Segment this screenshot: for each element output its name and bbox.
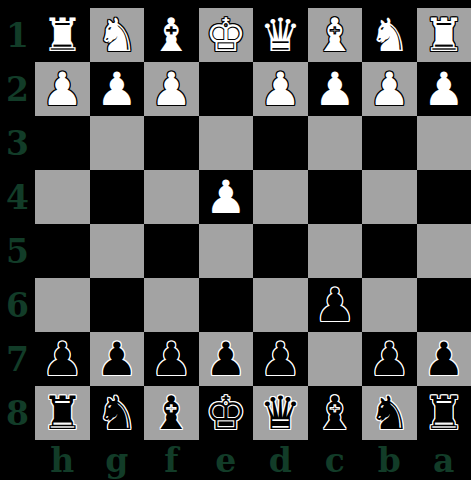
square-d3[interactable] <box>253 116 308 170</box>
black-pawn-piece: ♟ <box>96 332 137 386</box>
file-label-h: h <box>35 440 90 480</box>
white-bishop-piece: ♝ <box>151 8 192 62</box>
file-label-b: b <box>362 440 417 480</box>
square-e5[interactable] <box>199 224 254 278</box>
square-b1[interactable]: ♞ <box>362 8 417 62</box>
rank-label-7: 7 <box>0 332 35 386</box>
square-f2[interactable]: ♟ <box>144 62 199 116</box>
file-label-a: a <box>417 440 471 480</box>
black-knight-piece: ♞ <box>96 386 137 440</box>
black-pawn-piece: ♟ <box>423 332 464 386</box>
square-a3[interactable] <box>417 116 471 170</box>
black-pawn-piece: ♟ <box>260 332 301 386</box>
square-d7[interactable]: ♟ <box>253 332 308 386</box>
file-labels: hgfedcba <box>35 440 471 480</box>
square-h4[interactable] <box>35 170 90 224</box>
white-pawn-piece: ♟ <box>205 170 246 224</box>
white-queen-piece: ♛ <box>260 8 301 62</box>
square-b3[interactable] <box>362 116 417 170</box>
white-pawn-piece: ♟ <box>369 62 410 116</box>
white-pawn-piece: ♟ <box>96 62 137 116</box>
square-b5[interactable] <box>362 224 417 278</box>
square-g7[interactable]: ♟ <box>90 332 145 386</box>
square-e2[interactable] <box>199 62 254 116</box>
square-c7[interactable] <box>308 332 363 386</box>
black-bishop-piece: ♝ <box>314 386 355 440</box>
square-d8[interactable]: ♛ <box>253 386 308 440</box>
square-c8[interactable]: ♝ <box>308 386 363 440</box>
square-c3[interactable] <box>308 116 363 170</box>
file-label-e: e <box>199 440 254 480</box>
square-h7[interactable]: ♟ <box>35 332 90 386</box>
square-a6[interactable] <box>417 278 471 332</box>
square-b4[interactable] <box>362 170 417 224</box>
square-f6[interactable] <box>144 278 199 332</box>
square-d1[interactable]: ♛ <box>253 8 308 62</box>
square-b6[interactable] <box>362 278 417 332</box>
square-g5[interactable] <box>90 224 145 278</box>
square-e4[interactable]: ♟ <box>199 170 254 224</box>
square-c4[interactable] <box>308 170 363 224</box>
square-e1[interactable]: ♚ <box>199 8 254 62</box>
square-a2[interactable]: ♟ <box>417 62 471 116</box>
rank-label-6: 6 <box>0 278 35 332</box>
square-a4[interactable] <box>417 170 471 224</box>
square-h1[interactable]: ♜ <box>35 8 90 62</box>
white-rook-piece: ♜ <box>42 8 83 62</box>
file-label-g: g <box>90 440 145 480</box>
white-pawn-piece: ♟ <box>314 62 355 116</box>
square-d6[interactable] <box>253 278 308 332</box>
square-f7[interactable]: ♟ <box>144 332 199 386</box>
rank-label-1: 1 <box>0 8 35 62</box>
black-rook-piece: ♜ <box>42 386 83 440</box>
square-d2[interactable]: ♟ <box>253 62 308 116</box>
rank-label-4: 4 <box>0 170 35 224</box>
square-g1[interactable]: ♞ <box>90 8 145 62</box>
rank-label-3: 3 <box>0 116 35 170</box>
rank-label-8: 8 <box>0 386 35 440</box>
square-e8[interactable]: ♚ <box>199 386 254 440</box>
black-pawn-piece: ♟ <box>151 332 192 386</box>
black-king-piece: ♚ <box>205 386 246 440</box>
white-king-piece: ♚ <box>205 8 246 62</box>
square-g6[interactable] <box>90 278 145 332</box>
square-h5[interactable] <box>35 224 90 278</box>
white-rook-piece: ♜ <box>423 8 464 62</box>
rank-labels: 12345678 <box>0 8 35 440</box>
square-a7[interactable]: ♟ <box>417 332 471 386</box>
square-h3[interactable] <box>35 116 90 170</box>
square-a8[interactable]: ♜ <box>417 386 471 440</box>
black-pawn-piece: ♟ <box>314 278 355 332</box>
square-e6[interactable] <box>199 278 254 332</box>
black-knight-piece: ♞ <box>369 386 410 440</box>
square-d4[interactable] <box>253 170 308 224</box>
black-pawn-piece: ♟ <box>205 332 246 386</box>
chess-board: ♜♞♝♚♛♝♞♜♟♟♟♟♟♟♟♟♟♟♟♟♟♟♟♟♜♞♝♚♛♝♞♜ <box>35 8 471 440</box>
square-a1[interactable]: ♜ <box>417 8 471 62</box>
black-pawn-piece: ♟ <box>42 332 83 386</box>
chess-app-window: 12345678 ♜♞♝♚♛♝♞♜♟♟♟♟♟♟♟♟♟♟♟♟♟♟♟♟♜♞♝♚♛♝♞… <box>0 0 471 480</box>
white-knight-piece: ♞ <box>96 8 137 62</box>
square-f8[interactable]: ♝ <box>144 386 199 440</box>
rank-label-2: 2 <box>0 62 35 116</box>
square-f1[interactable]: ♝ <box>144 8 199 62</box>
white-bishop-piece: ♝ <box>314 8 355 62</box>
square-f5[interactable] <box>144 224 199 278</box>
white-pawn-piece: ♟ <box>423 62 464 116</box>
white-knight-piece: ♞ <box>369 8 410 62</box>
square-a5[interactable] <box>417 224 471 278</box>
square-h8[interactable]: ♜ <box>35 386 90 440</box>
square-f4[interactable] <box>144 170 199 224</box>
file-label-f: f <box>144 440 199 480</box>
black-pawn-piece: ♟ <box>369 332 410 386</box>
square-g8[interactable]: ♞ <box>90 386 145 440</box>
black-bishop-piece: ♝ <box>151 386 192 440</box>
black-queen-piece: ♛ <box>260 386 301 440</box>
square-c2[interactable]: ♟ <box>308 62 363 116</box>
square-h2[interactable]: ♟ <box>35 62 90 116</box>
square-b2[interactable]: ♟ <box>362 62 417 116</box>
square-c1[interactable]: ♝ <box>308 8 363 62</box>
rank-label-5: 5 <box>0 224 35 278</box>
square-d5[interactable] <box>253 224 308 278</box>
square-f3[interactable] <box>144 116 199 170</box>
square-b8[interactable]: ♞ <box>362 386 417 440</box>
square-h6[interactable] <box>35 278 90 332</box>
file-label-c: c <box>308 440 363 480</box>
white-pawn-piece: ♟ <box>151 62 192 116</box>
square-g2[interactable]: ♟ <box>90 62 145 116</box>
white-pawn-piece: ♟ <box>42 62 83 116</box>
square-c5[interactable] <box>308 224 363 278</box>
square-b7[interactable]: ♟ <box>362 332 417 386</box>
black-rook-piece: ♜ <box>423 386 464 440</box>
square-e7[interactable]: ♟ <box>199 332 254 386</box>
square-g3[interactable] <box>90 116 145 170</box>
file-label-d: d <box>253 440 308 480</box>
square-g4[interactable] <box>90 170 145 224</box>
square-e3[interactable] <box>199 116 254 170</box>
white-pawn-piece: ♟ <box>260 62 301 116</box>
square-c6[interactable]: ♟ <box>308 278 363 332</box>
